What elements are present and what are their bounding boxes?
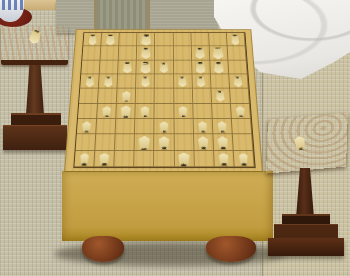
shogi-piece-gote-金[interactable]: 金将 xyxy=(139,48,152,59)
shogi-piece-sente-金[interactable]: 金将 xyxy=(196,136,211,149)
board-square: 歩兵 xyxy=(99,74,118,88)
board-square: 桂馬 xyxy=(118,60,137,74)
shogi-piece-gote-歩[interactable]: 歩兵 xyxy=(177,77,189,87)
board-square xyxy=(98,89,118,104)
shogi-piece-sente-歩[interactable]: 歩兵 xyxy=(216,121,229,132)
shogi-piece-gote-金[interactable]: 金将 xyxy=(194,48,207,59)
shogi-piece-gote-銀[interactable]: 銀将 xyxy=(194,62,208,73)
shogi-piece-sente-歩[interactable]: 歩兵 xyxy=(120,91,132,102)
board-square xyxy=(174,135,194,151)
board-square xyxy=(96,119,116,135)
shogi-piece-gote-王[interactable]: 王将 xyxy=(211,48,226,60)
right-komadai: 歩兵 xyxy=(265,110,349,258)
board-square xyxy=(174,119,194,135)
board-square xyxy=(193,104,213,119)
board-square: 飛車 xyxy=(174,151,194,168)
board-square xyxy=(154,151,174,168)
board-square xyxy=(115,135,135,151)
board-square xyxy=(155,46,173,60)
board-square: 金将 xyxy=(194,135,214,151)
right-komadai-foot xyxy=(268,238,344,256)
board-square xyxy=(193,89,212,104)
board-square xyxy=(233,135,254,151)
board-square: 歩兵 xyxy=(155,60,173,74)
shogi-piece-gote-銀[interactable]: 銀将 xyxy=(212,62,226,73)
board-square: 歩兵 xyxy=(136,104,155,119)
shogi-piece-sente-香[interactable]: 香車 xyxy=(78,153,91,166)
board-square xyxy=(135,119,155,135)
shogi-piece-gote-歩[interactable]: 歩兵 xyxy=(158,62,169,72)
shogi-piece-sente-歩[interactable]: 歩兵 xyxy=(177,106,189,117)
shogi-piece-gote-歩[interactable]: 歩兵 xyxy=(102,77,114,87)
scene: 角行 香車桂馬飛車香車金将金将王将桂馬角行歩兵銀将銀将歩兵歩兵歩兵歩兵歩兵歩兵歩… xyxy=(0,0,350,276)
board-square: 歩兵 xyxy=(192,74,211,88)
board-square xyxy=(211,74,230,88)
shogi-board: 香車桂馬飛車香車金将金将王将桂馬角行歩兵銀将銀将歩兵歩兵歩兵歩兵歩兵歩兵歩兵歩兵… xyxy=(64,29,263,172)
board-square: 角行 xyxy=(137,60,156,74)
shogi-piece-gote-角[interactable]: 角行 xyxy=(138,62,152,74)
board-square: 歩兵 xyxy=(231,104,251,119)
board-square xyxy=(155,33,173,46)
shogi-piece-sente-香[interactable]: 香車 xyxy=(237,153,250,166)
board-square: 金将 xyxy=(155,135,175,151)
left-komadai: 角行 xyxy=(1,26,68,166)
board-square: 香車 xyxy=(234,151,255,168)
left-komadai-column xyxy=(25,65,45,115)
shogi-piece-gote-香[interactable]: 香車 xyxy=(230,35,241,45)
board-leg xyxy=(206,236,256,262)
board-square: 銀将 xyxy=(210,60,229,74)
board-square: 歩兵 xyxy=(174,74,193,88)
board-square xyxy=(101,46,120,60)
board-square: 歩兵 xyxy=(77,119,97,135)
shogi-piece-sente-玉[interactable]: 玉将 xyxy=(136,136,152,150)
shogi-piece-gote-香[interactable]: 香車 xyxy=(87,35,98,45)
board-square: 金将 xyxy=(191,46,210,60)
board-square: 歩兵 xyxy=(136,74,155,88)
board-square xyxy=(173,46,191,60)
board-square: 歩兵 xyxy=(193,119,213,135)
board-square: 歩兵 xyxy=(174,104,193,119)
shogi-piece-gote-歩[interactable]: 歩兵 xyxy=(83,77,95,87)
board-square: 銀将 xyxy=(192,60,211,74)
shogi-piece-sente-歩[interactable]: 歩兵 xyxy=(100,106,112,117)
board-square: 桂馬 xyxy=(214,151,235,168)
board-square: 歩兵 xyxy=(229,74,249,88)
captured-piece-sente[interactable]: 歩兵 xyxy=(292,135,308,151)
shogi-piece-sente-銀[interactable]: 銀将 xyxy=(215,136,230,149)
board-square xyxy=(100,60,119,74)
shogi-piece-sente-桂[interactable]: 桂馬 xyxy=(97,153,111,166)
shogi-piece-gote-桂[interactable]: 桂馬 xyxy=(121,62,134,73)
board-square xyxy=(191,33,209,46)
cushion-stripe-band xyxy=(94,0,150,33)
shogi-piece-sente-歩[interactable]: 歩兵 xyxy=(139,106,151,117)
board-square: 歩兵 xyxy=(80,74,100,88)
board-square xyxy=(230,89,250,104)
board-square xyxy=(118,74,137,88)
shogi-piece-gote-歩[interactable]: 歩兵 xyxy=(195,77,207,87)
shogi-piece-sente-金[interactable]: 金将 xyxy=(157,136,171,149)
board-square xyxy=(174,60,193,74)
board-square xyxy=(228,60,247,74)
board-front-face xyxy=(62,171,273,241)
board-square xyxy=(174,89,193,104)
right-komadai-column xyxy=(295,168,315,218)
board-square: 歩兵 xyxy=(213,119,233,135)
zabuton-cushion xyxy=(56,0,218,33)
board-square xyxy=(155,104,174,119)
board-square: 桂馬 xyxy=(94,151,115,168)
board-square xyxy=(82,46,101,60)
shogi-piece-sente-歩[interactable]: 歩兵 xyxy=(158,121,170,132)
shogi-piece-sente-飛[interactable]: 飛車 xyxy=(176,152,192,166)
left-komadai-foot xyxy=(3,125,67,150)
board-square: 香車 xyxy=(227,33,246,46)
board-square: 歩兵 xyxy=(155,119,174,135)
board-square xyxy=(119,33,137,46)
board-square: 王将 xyxy=(209,46,228,60)
shogi-piece-gote-飛[interactable]: 飛車 xyxy=(139,34,153,45)
board-square: 銀将 xyxy=(116,104,136,119)
board-square: 金将 xyxy=(137,46,155,60)
shogi-piece-gote-桂[interactable]: 桂馬 xyxy=(104,35,117,45)
board-square xyxy=(116,119,136,135)
shogi-piece-sente-銀[interactable]: 銀将 xyxy=(119,105,133,117)
board-square xyxy=(212,104,232,119)
board-square: 歩兵 xyxy=(117,89,136,104)
board-square xyxy=(95,135,115,151)
board-square xyxy=(155,89,174,104)
board-square: 玉将 xyxy=(135,135,155,151)
board-square xyxy=(173,33,191,46)
shogi-piece-gote-歩[interactable]: 歩兵 xyxy=(139,77,151,87)
board-leg xyxy=(82,236,124,262)
shogi-piece-gote-歩[interactable]: 歩兵 xyxy=(232,77,244,87)
board-square xyxy=(227,46,246,60)
board-square: 歩兵 xyxy=(97,104,117,119)
shogi-piece-sente-歩[interactable]: 歩兵 xyxy=(234,106,247,117)
shogi-piece-sente-歩[interactable]: 歩兵 xyxy=(80,121,93,132)
board-square: 香車 xyxy=(74,151,95,168)
shogi-piece-sente-歩[interactable]: 歩兵 xyxy=(197,121,209,132)
board-square xyxy=(209,33,228,46)
board-square xyxy=(81,60,100,74)
board-square xyxy=(155,74,174,88)
board-square: 銀将 xyxy=(213,135,233,151)
board-square xyxy=(79,89,99,104)
board-square xyxy=(194,151,214,168)
board-square xyxy=(134,151,154,168)
board-square xyxy=(114,151,134,168)
board-square xyxy=(119,46,138,60)
board-grid: 香車桂馬飛車香車金将金将王将桂馬角行歩兵銀将銀将歩兵歩兵歩兵歩兵歩兵歩兵歩兵歩兵… xyxy=(73,32,255,168)
board-square: 歩兵 xyxy=(211,89,231,104)
shogi-piece-sente-桂[interactable]: 桂馬 xyxy=(217,153,231,166)
board-square xyxy=(76,135,97,151)
board-square: 香車 xyxy=(83,33,102,46)
board-square: 飛車 xyxy=(137,33,155,46)
board-square xyxy=(78,104,98,119)
shogi-piece-gote-歩[interactable]: 歩兵 xyxy=(214,91,226,102)
board-square xyxy=(232,119,252,135)
board-square: 桂馬 xyxy=(101,33,120,46)
board-square xyxy=(136,89,155,104)
